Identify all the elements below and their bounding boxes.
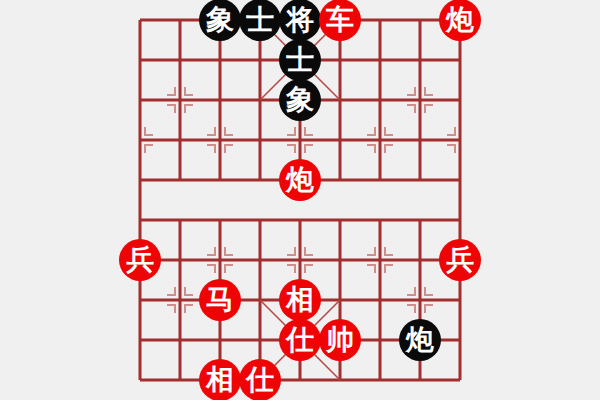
piece-red-pawn[interactable]: 兵 — [119, 239, 161, 281]
piece-red-advisor[interactable]: 仕 — [279, 319, 321, 361]
board-point-2-1 — [200, 40, 240, 80]
board-point-5-4 — [320, 160, 360, 200]
piece-black-general[interactable]: 将 — [279, 0, 321, 41]
board-point-6-9 — [360, 360, 400, 400]
board-point-7-8: 炮 — [400, 320, 440, 360]
board-point-3-9: 仕 — [240, 360, 280, 400]
board-point-1-4 — [160, 160, 200, 200]
board-point-5-0: 车 — [320, 0, 360, 40]
board-point-8-2 — [440, 80, 480, 120]
board-point-0-5 — [120, 200, 160, 240]
board-point-2-9: 相 — [200, 360, 240, 400]
board-point-0-0 — [120, 0, 160, 40]
piece-red-pawn[interactable]: 兵 — [439, 239, 481, 281]
board-point-0-2 — [120, 80, 160, 120]
board-point-7-7 — [400, 280, 440, 320]
board-point-7-4 — [400, 160, 440, 200]
board-point-6-0 — [360, 0, 400, 40]
board-point-4-3 — [280, 120, 320, 160]
piece-red-chariot[interactable]: 车 — [319, 0, 361, 41]
board-point-0-6: 兵 — [120, 240, 160, 280]
board-point-7-9 — [400, 360, 440, 400]
board-point-5-6 — [320, 240, 360, 280]
board-point-4-6 — [280, 240, 320, 280]
board-point-8-6: 兵 — [440, 240, 480, 280]
board-point-5-7 — [320, 280, 360, 320]
board-point-4-2: 象 — [280, 80, 320, 120]
board-point-6-1 — [360, 40, 400, 80]
board-point-6-8 — [360, 320, 400, 360]
board-point-8-3 — [440, 120, 480, 160]
board-point-1-9 — [160, 360, 200, 400]
board-point-6-3 — [360, 120, 400, 160]
xiangqi-app: 象士将车炮士象炮兵兵马相仕帅炮相仕 — [0, 0, 600, 400]
board-point-3-5 — [240, 200, 280, 240]
board-point-3-0: 士 — [240, 0, 280, 40]
board-point-4-7: 相 — [280, 280, 320, 320]
board-point-4-1: 士 — [280, 40, 320, 80]
board-point-5-9 — [320, 360, 360, 400]
board-point-1-2 — [160, 80, 200, 120]
board-point-1-6 — [160, 240, 200, 280]
board-point-3-1 — [240, 40, 280, 80]
board-point-3-3 — [240, 120, 280, 160]
board-point-5-2 — [320, 80, 360, 120]
board-point-3-8 — [240, 320, 280, 360]
board-point-6-5 — [360, 200, 400, 240]
board-point-7-6 — [400, 240, 440, 280]
board-point-1-0 — [160, 0, 200, 40]
board-point-7-1 — [400, 40, 440, 80]
board-point-5-8: 帅 — [320, 320, 360, 360]
board-point-1-3 — [160, 120, 200, 160]
board-point-3-4 — [240, 160, 280, 200]
piece-red-general[interactable]: 帅 — [319, 319, 361, 361]
piece-black-elephant[interactable]: 象 — [279, 79, 321, 121]
board-point-4-8: 仕 — [280, 320, 320, 360]
board-point-5-3 — [320, 120, 360, 160]
board-point-8-1 — [440, 40, 480, 80]
board-point-0-1 — [120, 40, 160, 80]
board-point-6-2 — [360, 80, 400, 120]
board-point-2-8 — [200, 320, 240, 360]
board-point-0-4 — [120, 160, 160, 200]
board-point-2-3 — [200, 120, 240, 160]
board-point-1-5 — [160, 200, 200, 240]
board-point-8-5 — [440, 200, 480, 240]
board-point-6-4 — [360, 160, 400, 200]
board-point-8-7 — [440, 280, 480, 320]
board-point-7-2 — [400, 80, 440, 120]
board-point-6-7 — [360, 280, 400, 320]
piece-black-cannon[interactable]: 炮 — [399, 319, 441, 361]
board-point-0-9 — [120, 360, 160, 400]
board-point-8-8 — [440, 320, 480, 360]
board-point-8-9 — [440, 360, 480, 400]
piece-red-horse[interactable]: 马 — [199, 279, 241, 321]
board-point-2-4 — [200, 160, 240, 200]
piece-red-elephant[interactable]: 相 — [279, 279, 321, 321]
board-point-4-4: 炮 — [280, 160, 320, 200]
board-point-3-6 — [240, 240, 280, 280]
board-point-7-0 — [400, 0, 440, 40]
board-point-5-1 — [320, 40, 360, 80]
xiangqi-board: 象士将车炮士象炮兵兵马相仕帅炮相仕 — [120, 0, 480, 400]
board-point-4-9 — [280, 360, 320, 400]
board-point-6-6 — [360, 240, 400, 280]
board-point-1-7 — [160, 280, 200, 320]
board-point-4-5 — [280, 200, 320, 240]
board-point-8-0: 炮 — [440, 0, 480, 40]
piece-black-advisor[interactable]: 士 — [279, 39, 321, 81]
piece-red-elephant[interactable]: 相 — [199, 359, 241, 400]
piece-black-advisor[interactable]: 士 — [239, 0, 281, 41]
piece-red-cannon[interactable]: 炮 — [279, 159, 321, 201]
board-point-3-2 — [240, 80, 280, 120]
board-point-0-7 — [120, 280, 160, 320]
board-point-5-5 — [320, 200, 360, 240]
board-point-7-3 — [400, 120, 440, 160]
board-point-7-5 — [400, 200, 440, 240]
board-point-0-3 — [120, 120, 160, 160]
board-point-8-4 — [440, 160, 480, 200]
piece-red-cannon[interactable]: 炮 — [439, 0, 481, 41]
board-point-2-6 — [200, 240, 240, 280]
board-point-4-0: 将 — [280, 0, 320, 40]
piece-red-advisor[interactable]: 仕 — [239, 359, 281, 400]
board-point-2-0: 象 — [200, 0, 240, 40]
board-point-2-2 — [200, 80, 240, 120]
board-point-2-5 — [200, 200, 240, 240]
piece-black-elephant[interactable]: 象 — [199, 0, 241, 41]
board-point-3-7 — [240, 280, 280, 320]
board-point-2-7: 马 — [200, 280, 240, 320]
board-point-1-8 — [160, 320, 200, 360]
board-point-1-1 — [160, 40, 200, 80]
board-point-0-8 — [120, 320, 160, 360]
